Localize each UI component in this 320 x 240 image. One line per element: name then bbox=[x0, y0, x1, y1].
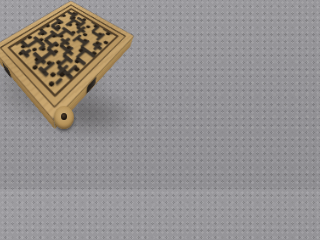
maze-hole bbox=[102, 40, 108, 45]
maze-hole bbox=[85, 25, 91, 29]
front-corner-tilt-knob[interactable] bbox=[54, 106, 74, 129]
maze-wall bbox=[55, 77, 63, 84]
maze-wall bbox=[26, 39, 38, 47]
maze-wall bbox=[40, 51, 52, 61]
maze-hole bbox=[82, 33, 88, 37]
maze-wall bbox=[75, 49, 86, 58]
